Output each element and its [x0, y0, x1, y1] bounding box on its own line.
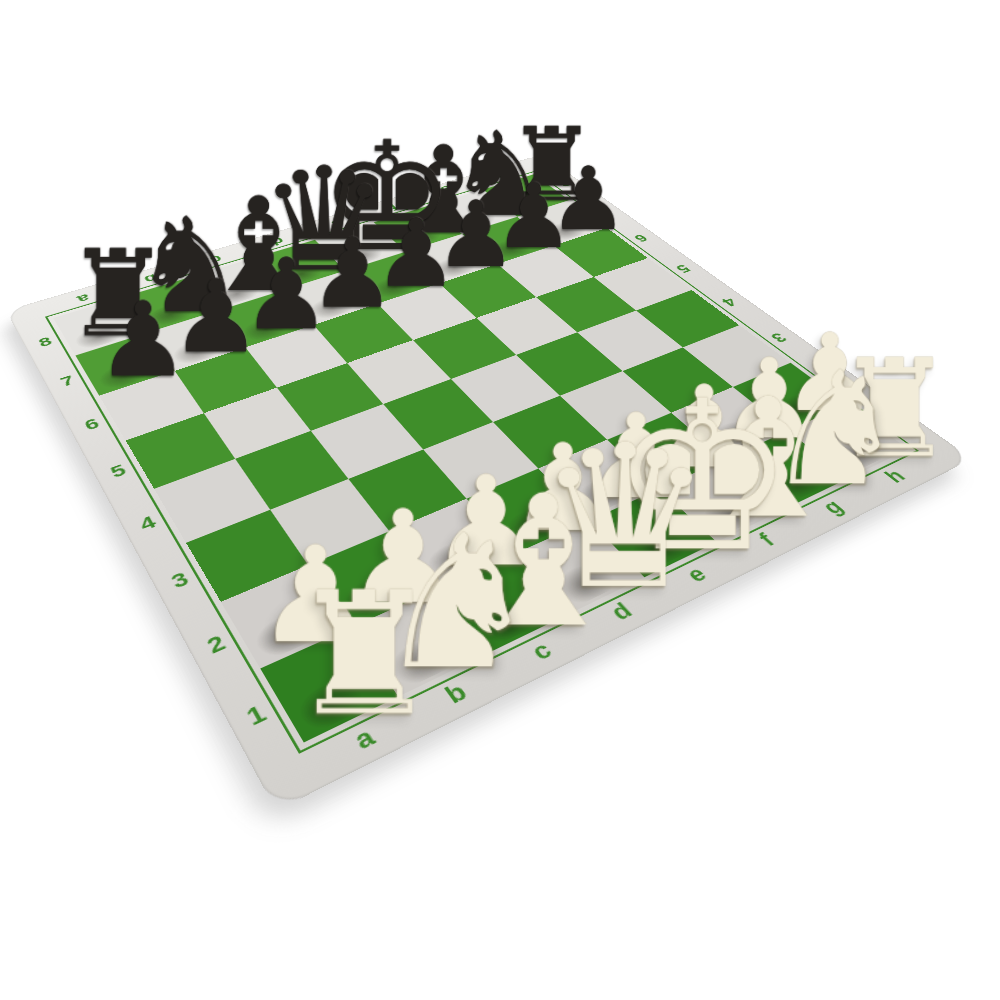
rank-label-right-6: 6 [630, 232, 652, 245]
rank-label-left-7: 7 [57, 373, 77, 391]
piece-black-pawn[interactable]: ♟ [96, 289, 189, 392]
rank-label-left-1: 1 [242, 700, 272, 733]
rank-label-right-4: 4 [717, 294, 742, 309]
rank-label-right-5: 5 [671, 262, 694, 276]
photo-scene: ♜♞♝♛♚♝♞♜♟♟♟♟♟♟♟♟♟♟♟♟♟♟♟♟♜♞♝♛♚♝♞♜ aabbccd… [0, 0, 1000, 1000]
rank-label-left-5: 5 [107, 461, 129, 482]
rank-label-left-8: 8 [36, 334, 55, 350]
rank-label-left-4: 4 [136, 512, 160, 535]
rank-label-left-2: 2 [202, 630, 229, 659]
rank-label-left-3: 3 [167, 568, 193, 594]
rank-label-left-6: 6 [81, 415, 102, 434]
piece-white-rook[interactable]: ♜ [288, 570, 439, 739]
